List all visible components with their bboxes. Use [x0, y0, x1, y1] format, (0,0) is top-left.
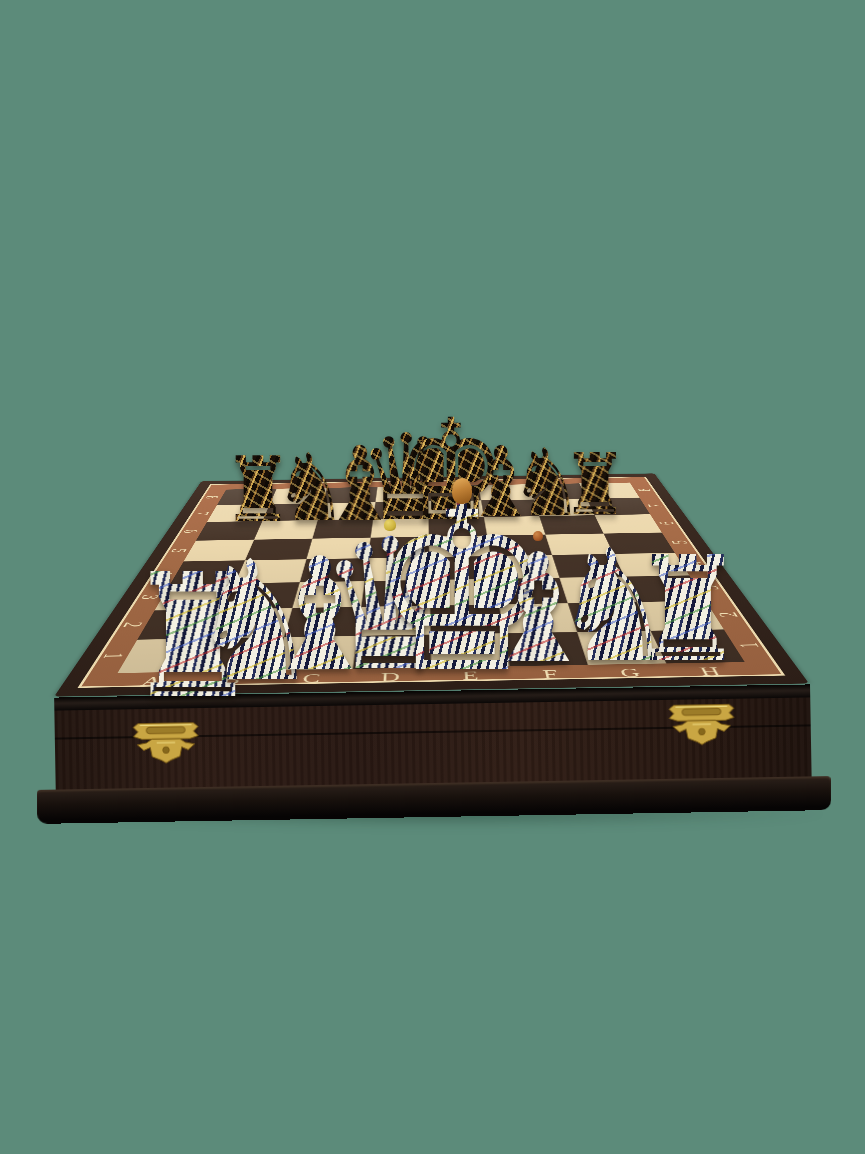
product-photo: A B C D E F G H 8 7 6 5 4 3 2 1 8 7 6	[0, 0, 865, 1154]
piece-white-rook-h1: ♜	[631, 537, 745, 682]
white-queen-ball	[384, 519, 396, 531]
piece-black-rook-h8: ♜	[561, 442, 628, 527]
brass-latch-icon	[663, 700, 740, 749]
rank-label-right-7: 7	[643, 502, 667, 508]
rank-label-right-8: 8	[633, 487, 656, 493]
white-f1-bishop-tip	[533, 531, 543, 541]
rank-label-left-8: 8	[200, 494, 222, 500]
white-king-finial	[452, 478, 472, 504]
rank-label-left-7: 7	[190, 510, 214, 517]
